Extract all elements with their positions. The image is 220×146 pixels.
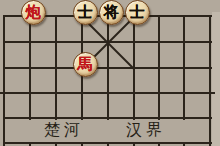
grid-line-file-2-stub <box>29 142 31 146</box>
river-label-han-jie: 汉界 <box>126 120 166 140</box>
xiangqi-board: 楚河 汉界 炮士将士馬 <box>0 0 220 146</box>
star-point-marker <box>206 89 215 98</box>
star-point-marker <box>180 64 189 73</box>
grid-line-file-8-stub <box>183 142 185 146</box>
grid-line-file-4-stub <box>81 142 83 146</box>
black-advisor-left[interactable]: 士 <box>73 0 98 25</box>
grid-line-file-5-stub <box>107 142 109 146</box>
red-horse[interactable]: 馬 <box>73 52 98 77</box>
star-point-marker <box>52 89 61 98</box>
river-label-chu-he: 楚河 <box>44 120 84 140</box>
grid-line-file-6-stub <box>133 142 135 146</box>
red-cannon-glyph: 炮 <box>26 4 41 19</box>
board-edge-highlight <box>212 12 220 146</box>
grid-line-file-3-stub <box>55 142 57 146</box>
star-point-marker <box>104 89 113 98</box>
star-point-marker <box>0 89 9 98</box>
black-advisor-right[interactable]: 士 <box>125 0 150 25</box>
star-point-marker <box>26 64 35 73</box>
grid-line-file-9 <box>209 15 211 146</box>
red-horse-glyph: 馬 <box>78 56 93 71</box>
red-cannon[interactable]: 炮 <box>21 0 46 25</box>
grid-line-file-3 <box>55 15 57 120</box>
black-general[interactable]: 将 <box>99 0 124 25</box>
black-general-glyph: 将 <box>104 4 119 19</box>
black-advisor-right-glyph: 士 <box>130 4 145 19</box>
grid-line-file-1 <box>3 15 5 146</box>
grid-line-file-5 <box>107 15 109 120</box>
grid-line-file-6 <box>133 15 135 120</box>
black-advisor-left-glyph: 士 <box>78 4 93 19</box>
star-point-marker <box>155 89 164 98</box>
grid-line-file-7 <box>158 15 160 120</box>
grid-line-file-7-stub <box>158 142 160 146</box>
